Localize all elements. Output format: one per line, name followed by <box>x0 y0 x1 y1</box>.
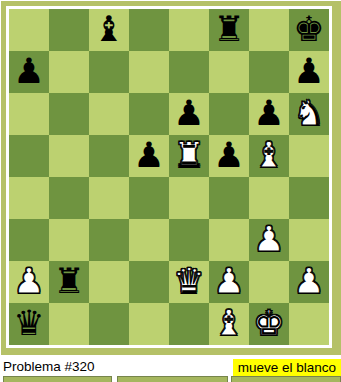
square-a6[interactable] <box>9 93 49 135</box>
square-g7[interactable] <box>249 51 289 93</box>
square-a3[interactable] <box>9 219 49 261</box>
side-to-move-label: mueve el blanco <box>233 359 341 377</box>
square-e3[interactable] <box>169 219 209 261</box>
square-d3[interactable] <box>129 219 169 261</box>
piece-black-pawn-e6[interactable]: ♟ <box>173 96 204 131</box>
square-g4[interactable] <box>249 177 289 219</box>
piece-white-pawn-f2[interactable]: ♟ <box>213 264 244 299</box>
square-b2[interactable]: ♜ <box>49 261 89 303</box>
piece-black-rook-f8[interactable]: ♜ <box>213 12 244 47</box>
square-c5[interactable] <box>89 135 129 177</box>
square-b6[interactable] <box>49 93 89 135</box>
square-d5[interactable]: ♟ <box>129 135 169 177</box>
piece-white-bishop-f1[interactable]: ♝ <box>213 306 244 341</box>
square-e5[interactable]: ♜ <box>169 135 209 177</box>
square-f5[interactable]: ♟ <box>209 135 249 177</box>
square-g8[interactable] <box>249 9 289 51</box>
piece-white-pawn-g3[interactable]: ♟ <box>253 222 284 257</box>
square-d8[interactable] <box>129 9 169 51</box>
square-g5[interactable]: ♝ <box>249 135 289 177</box>
square-g6[interactable]: ♟ <box>249 93 289 135</box>
square-h1[interactable] <box>289 303 329 345</box>
chess-problem-widget: ♝♜♚♟♟♟♟♞♟♜♟♝♟♟♜♛♟♟♛♝♚ Problema #320 muev… <box>0 0 341 382</box>
square-h4[interactable] <box>289 177 329 219</box>
square-c4[interactable] <box>89 177 129 219</box>
square-g2[interactable] <box>249 261 289 303</box>
piece-black-queen-a1[interactable]: ♛ <box>13 306 44 341</box>
square-f8[interactable]: ♜ <box>209 9 249 51</box>
piece-black-pawn-a7[interactable]: ♟ <box>13 54 44 89</box>
piece-black-pawn-d5[interactable]: ♟ <box>133 138 164 173</box>
piece-white-bishop-g5[interactable]: ♝ <box>253 138 284 173</box>
piece-white-pawn-h2[interactable]: ♟ <box>293 264 324 299</box>
piece-black-king-h8[interactable]: ♚ <box>293 12 324 47</box>
square-f4[interactable] <box>209 177 249 219</box>
piece-black-bishop-c8[interactable]: ♝ <box>93 12 124 47</box>
chess-board: ♝♜♚♟♟♟♟♞♟♜♟♝♟♟♜♛♟♟♛♝♚ <box>9 9 329 345</box>
square-c2[interactable] <box>89 261 129 303</box>
piece-white-pawn-a2[interactable]: ♟ <box>13 264 44 299</box>
square-b7[interactable] <box>49 51 89 93</box>
square-b8[interactable] <box>49 9 89 51</box>
square-c1[interactable] <box>89 303 129 345</box>
square-b4[interactable] <box>49 177 89 219</box>
board-frame: ♝♜♚♟♟♟♟♞♟♜♟♝♟♟♜♛♟♟♛♝♚ <box>1 1 341 355</box>
footer-bar <box>117 376 228 382</box>
square-c6[interactable] <box>89 93 129 135</box>
square-d7[interactable] <box>129 51 169 93</box>
square-f3[interactable] <box>209 219 249 261</box>
square-h7[interactable]: ♟ <box>289 51 329 93</box>
square-h2[interactable]: ♟ <box>289 261 329 303</box>
square-e1[interactable] <box>169 303 209 345</box>
piece-black-rook-b2[interactable]: ♜ <box>53 264 84 299</box>
problem-number-label: Problema #320 <box>3 358 95 375</box>
piece-white-queen-e2[interactable]: ♛ <box>173 264 204 299</box>
square-d2[interactable] <box>129 261 169 303</box>
square-a8[interactable] <box>9 9 49 51</box>
piece-black-pawn-f5[interactable]: ♟ <box>213 138 244 173</box>
footer-bar <box>231 376 341 382</box>
square-d6[interactable] <box>129 93 169 135</box>
square-d1[interactable] <box>129 303 169 345</box>
square-e4[interactable] <box>169 177 209 219</box>
square-a2[interactable]: ♟ <box>9 261 49 303</box>
square-b5[interactable] <box>49 135 89 177</box>
piece-white-king-g1[interactable]: ♚ <box>253 306 284 341</box>
square-e6[interactable]: ♟ <box>169 93 209 135</box>
square-c8[interactable]: ♝ <box>89 9 129 51</box>
square-a4[interactable] <box>9 177 49 219</box>
square-h6[interactable]: ♞ <box>289 93 329 135</box>
square-b3[interactable] <box>49 219 89 261</box>
square-c7[interactable] <box>89 51 129 93</box>
square-f6[interactable] <box>209 93 249 135</box>
square-b1[interactable] <box>49 303 89 345</box>
square-e2[interactable]: ♛ <box>169 261 209 303</box>
square-g3[interactable]: ♟ <box>249 219 289 261</box>
square-e8[interactable] <box>169 9 209 51</box>
square-a1[interactable]: ♛ <box>9 303 49 345</box>
piece-white-knight-h6[interactable]: ♞ <box>293 96 324 131</box>
square-g1[interactable]: ♚ <box>249 303 289 345</box>
piece-black-pawn-h7[interactable]: ♟ <box>293 54 324 89</box>
square-h8[interactable]: ♚ <box>289 9 329 51</box>
square-f1[interactable]: ♝ <box>209 303 249 345</box>
board-border: ♝♜♚♟♟♟♟♞♟♜♟♝♟♟♜♛♟♟♛♝♚ <box>6 6 332 348</box>
square-h5[interactable] <box>289 135 329 177</box>
piece-black-pawn-g6[interactable]: ♟ <box>253 96 284 131</box>
square-c3[interactable] <box>89 219 129 261</box>
square-h3[interactable] <box>289 219 329 261</box>
square-a5[interactable] <box>9 135 49 177</box>
piece-white-rook-e5[interactable]: ♜ <box>173 138 204 173</box>
square-a7[interactable]: ♟ <box>9 51 49 93</box>
footer-bar <box>3 376 112 382</box>
square-f2[interactable]: ♟ <box>209 261 249 303</box>
square-f7[interactable] <box>209 51 249 93</box>
square-d4[interactable] <box>129 177 169 219</box>
square-e7[interactable] <box>169 51 209 93</box>
